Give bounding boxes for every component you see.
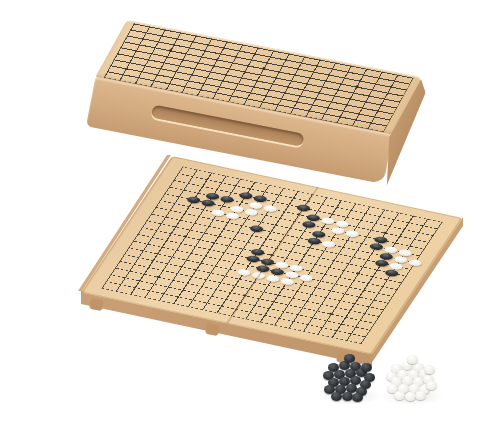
pile-stone-white <box>426 381 437 390</box>
white-stone <box>243 208 259 217</box>
star-point <box>383 232 388 235</box>
black-stone <box>245 254 261 263</box>
black-stone <box>383 268 399 277</box>
pile-stone-white <box>405 392 416 401</box>
black-stone <box>200 198 216 207</box>
black-stone <box>218 195 234 204</box>
star-point <box>183 235 188 238</box>
star-point <box>156 276 161 279</box>
product-photo-stage <box>0 0 500 425</box>
white-stone <box>329 226 345 235</box>
star-point <box>168 49 172 52</box>
pile-stone-black <box>352 393 363 402</box>
white-stone <box>344 229 360 238</box>
white-stone <box>209 208 225 217</box>
closed-go-board-box <box>103 20 433 202</box>
black-stone <box>306 237 322 246</box>
board-foot <box>89 298 104 311</box>
white-stone <box>236 268 252 277</box>
pile-stone-white <box>407 355 418 364</box>
board-foot <box>205 323 220 336</box>
black-stone <box>368 242 384 251</box>
star-point <box>354 85 358 88</box>
black-stone <box>237 191 253 200</box>
star-point <box>329 313 334 316</box>
star-point <box>356 272 361 275</box>
pile-stone-black <box>331 392 342 401</box>
white-stone <box>264 274 280 283</box>
pile-stone-black <box>361 363 372 372</box>
pile-stone-black <box>344 354 355 363</box>
black-stone <box>300 220 316 229</box>
pile-stone-black <box>342 392 353 401</box>
pile-stone-white <box>424 365 435 374</box>
white-stone <box>262 204 278 213</box>
white-stone <box>319 216 335 225</box>
white-stone <box>320 240 336 249</box>
white-stone <box>279 277 295 286</box>
pile-stone-white <box>394 391 405 400</box>
black-stone <box>373 259 389 268</box>
white-stone <box>224 211 240 220</box>
black-stone <box>248 224 264 233</box>
black-stone <box>185 195 201 204</box>
white-stone <box>407 258 423 267</box>
star-point <box>261 67 265 70</box>
pile-stone-white <box>415 391 426 400</box>
white-stone <box>298 273 314 282</box>
